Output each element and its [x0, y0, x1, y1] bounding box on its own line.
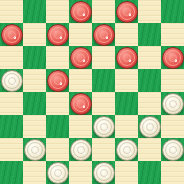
- square-r7c5[interactable]: [115, 161, 138, 184]
- square-r5c2[interactable]: [46, 115, 69, 138]
- square-r5c5[interactable]: [115, 115, 138, 138]
- square-r5c7[interactable]: [161, 115, 184, 138]
- square-r0c4[interactable]: [92, 0, 115, 23]
- square-r5c0[interactable]: [0, 115, 23, 138]
- white-checker[interactable]: [93, 162, 115, 184]
- red-checker[interactable]: [1, 24, 23, 46]
- square-r5c4[interactable]: [92, 115, 115, 138]
- square-r5c3[interactable]: [69, 115, 92, 138]
- square-r1c7[interactable]: [161, 23, 184, 46]
- square-r0c0[interactable]: [0, 0, 23, 23]
- square-r4c4[interactable]: [92, 92, 115, 115]
- square-r6c6[interactable]: [138, 138, 161, 161]
- square-r7c2[interactable]: [46, 161, 69, 184]
- square-r2c6[interactable]: [138, 46, 161, 69]
- square-r6c5[interactable]: [115, 138, 138, 161]
- square-r3c7[interactable]: [161, 69, 184, 92]
- square-r1c3[interactable]: [69, 23, 92, 46]
- square-r2c0[interactable]: [0, 46, 23, 69]
- square-r7c4[interactable]: [92, 161, 115, 184]
- square-r6c4[interactable]: [92, 138, 115, 161]
- square-r6c1[interactable]: [23, 138, 46, 161]
- red-checker[interactable]: [70, 93, 92, 115]
- square-r7c1[interactable]: [23, 161, 46, 184]
- square-r5c6[interactable]: [138, 115, 161, 138]
- square-r4c5[interactable]: [115, 92, 138, 115]
- square-r1c6[interactable]: [138, 23, 161, 46]
- square-r1c0[interactable]: [0, 23, 23, 46]
- square-r4c6[interactable]: [138, 92, 161, 115]
- square-r6c7[interactable]: [161, 138, 184, 161]
- square-r2c7[interactable]: [161, 46, 184, 69]
- square-r2c4[interactable]: [92, 46, 115, 69]
- white-checker[interactable]: [139, 116, 161, 138]
- square-r3c4[interactable]: [92, 69, 115, 92]
- white-checker[interactable]: [70, 139, 92, 161]
- square-r4c3[interactable]: [69, 92, 92, 115]
- square-r1c4[interactable]: [92, 23, 115, 46]
- white-checker[interactable]: [162, 93, 184, 115]
- square-r6c0[interactable]: [0, 138, 23, 161]
- square-r1c2[interactable]: [46, 23, 69, 46]
- red-checker[interactable]: [116, 1, 138, 23]
- square-r4c1[interactable]: [23, 92, 46, 115]
- square-r3c2[interactable]: [46, 69, 69, 92]
- white-checker[interactable]: [47, 162, 69, 184]
- square-r7c0[interactable]: [0, 161, 23, 184]
- square-r1c5[interactable]: [115, 23, 138, 46]
- square-r4c0[interactable]: [0, 92, 23, 115]
- square-r7c6[interactable]: [138, 161, 161, 184]
- square-r3c6[interactable]: [138, 69, 161, 92]
- white-checker[interactable]: [162, 139, 184, 161]
- square-r4c2[interactable]: [46, 92, 69, 115]
- square-r5c1[interactable]: [23, 115, 46, 138]
- red-checker[interactable]: [47, 24, 69, 46]
- square-r2c2[interactable]: [46, 46, 69, 69]
- square-r0c3[interactable]: [69, 0, 92, 23]
- square-r3c0[interactable]: [0, 69, 23, 92]
- red-checker[interactable]: [162, 47, 184, 69]
- square-r2c1[interactable]: [23, 46, 46, 69]
- square-r4c7[interactable]: [161, 92, 184, 115]
- square-r3c1[interactable]: [23, 69, 46, 92]
- square-r7c3[interactable]: [69, 161, 92, 184]
- square-r0c6[interactable]: [138, 0, 161, 23]
- square-r2c5[interactable]: [115, 46, 138, 69]
- white-checker[interactable]: [116, 139, 138, 161]
- square-r6c2[interactable]: [46, 138, 69, 161]
- square-r6c3[interactable]: [69, 138, 92, 161]
- square-r1c1[interactable]: [23, 23, 46, 46]
- square-r0c1[interactable]: [23, 0, 46, 23]
- red-checker[interactable]: [116, 47, 138, 69]
- white-checker[interactable]: [1, 70, 23, 92]
- square-r2c3[interactable]: [69, 46, 92, 69]
- red-checker[interactable]: [70, 1, 92, 23]
- white-checker[interactable]: [24, 139, 46, 161]
- square-r3c3[interactable]: [69, 69, 92, 92]
- red-checker[interactable]: [70, 47, 92, 69]
- red-checker[interactable]: [93, 24, 115, 46]
- square-r7c7[interactable]: [161, 161, 184, 184]
- white-checker[interactable]: [93, 116, 115, 138]
- square-r0c2[interactable]: [46, 0, 69, 23]
- red-checker[interactable]: [47, 70, 69, 92]
- square-r0c5[interactable]: [115, 0, 138, 23]
- checkers-board: [0, 0, 184, 184]
- square-r0c7[interactable]: [161, 0, 184, 23]
- square-r3c5[interactable]: [115, 69, 138, 92]
